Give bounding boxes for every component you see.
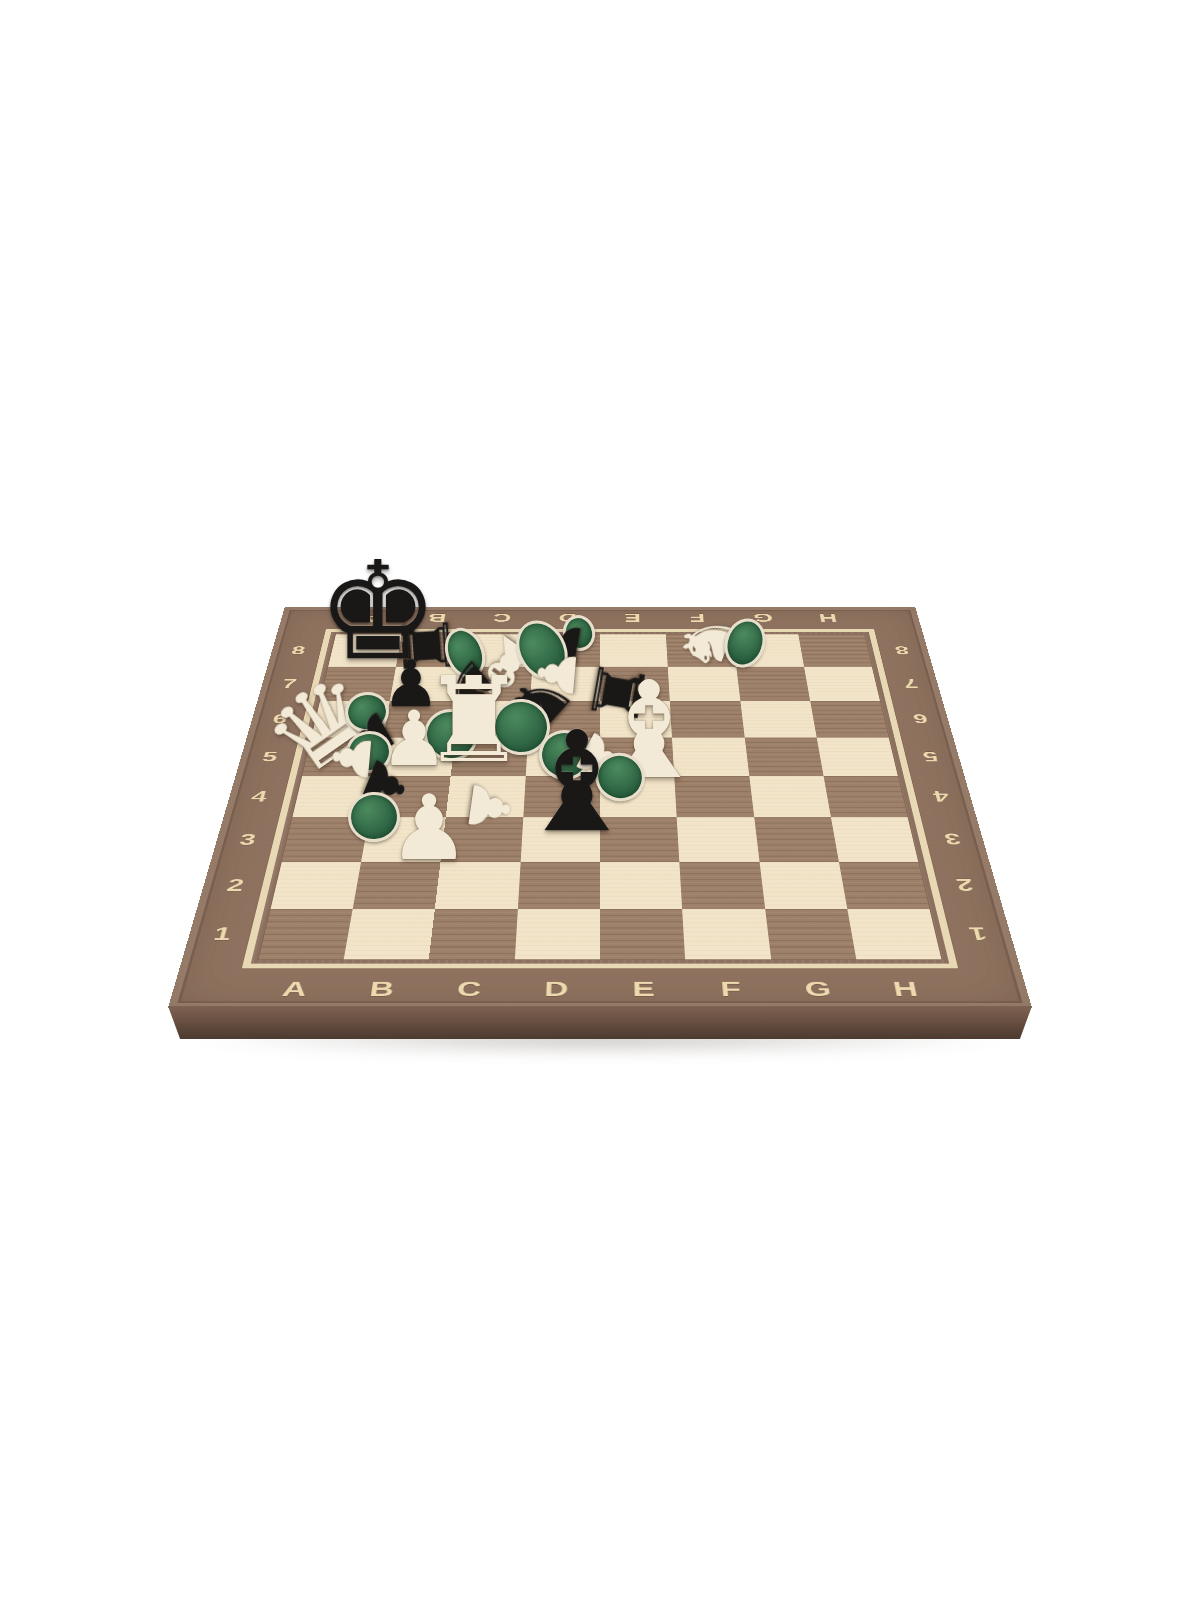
black-bishop-standing: ♝ <box>515 714 639 852</box>
white-pawn-standing: ♟ <box>389 783 470 873</box>
product-photo-scene: ABCDEFGH 87654321 87654321 ABCDEFGH ♟♜♞♝… <box>0 0 1200 1600</box>
piece-pile: ♟♜♞♝♚♞♟♜♛♟♟♞♜♟♟♝♟♝♟♟♟ <box>0 0 1200 1600</box>
